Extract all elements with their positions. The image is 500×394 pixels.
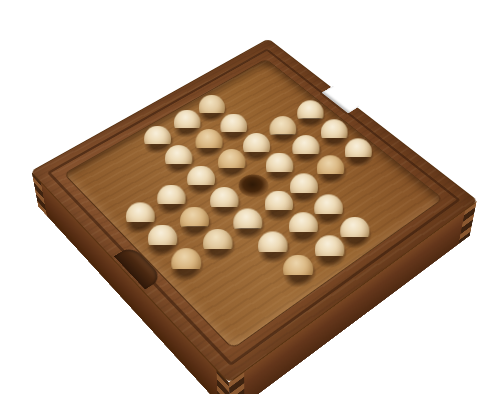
board-top — [30, 39, 478, 384]
product-photo-scene — [0, 0, 500, 394]
